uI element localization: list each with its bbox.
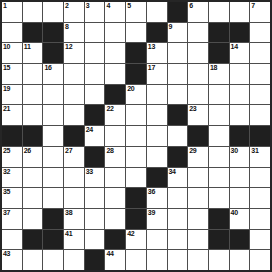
cell-r10c11[interactable] (209, 188, 229, 208)
cell-r4c4[interactable] (64, 64, 84, 84)
cell-r3c9[interactable] (168, 43, 188, 63)
cell-r2c6[interactable] (105, 23, 125, 43)
clue-number-44: 44 (106, 250, 113, 258)
cell-r13c8[interactable] (147, 250, 167, 270)
cell-r4c8[interactable]: 17 (147, 64, 167, 84)
cell-r10c12[interactable] (230, 188, 250, 208)
cell-r11c4[interactable]: 38 (64, 209, 84, 229)
cell-r6c13[interactable] (250, 105, 270, 125)
clue-number-43: 43 (3, 250, 10, 258)
clue-number-10: 10 (3, 43, 10, 51)
clue-number-39: 39 (148, 209, 155, 217)
cell-r12c4[interactable]: 41 (64, 230, 84, 250)
cell-r3c5[interactable] (85, 43, 105, 63)
cell-r11c1[interactable]: 37 (2, 209, 22, 229)
cell-r8c10[interactable]: 29 (188, 147, 208, 167)
cell-r4c11[interactable]: 18 (209, 64, 229, 84)
clue-number-15: 15 (3, 64, 10, 72)
cell-r1c5[interactable]: 3 (85, 2, 105, 22)
cell-r6c1[interactable]: 21 (2, 105, 22, 125)
cell-r1c4[interactable]: 2 (64, 2, 84, 22)
cell-r13c4[interactable] (64, 250, 84, 270)
cell-r2c9[interactable]: 9 (168, 23, 188, 43)
cell-r8c4[interactable]: 27 (64, 147, 84, 167)
cell-r2c7[interactable] (126, 23, 146, 43)
clue-number-1: 1 (3, 2, 7, 10)
cell-r13c5 (85, 250, 105, 270)
cell-r2c1[interactable] (2, 23, 22, 43)
cell-r10c5[interactable] (85, 188, 105, 208)
clue-number-27: 27 (65, 147, 72, 155)
cell-r3c12[interactable]: 14 (230, 43, 250, 63)
cell-r5c3[interactable] (43, 85, 63, 105)
cell-r7c9[interactable] (168, 126, 188, 146)
cell-r8c2[interactable]: 26 (23, 147, 43, 167)
cell-r6c4[interactable] (64, 105, 84, 125)
cell-r9c8 (147, 168, 167, 188)
clue-number-30: 30 (231, 147, 238, 155)
clue-number-40: 40 (231, 209, 238, 217)
cell-r4c12[interactable] (230, 64, 250, 84)
clue-number-24: 24 (86, 126, 93, 134)
cell-r7c3[interactable] (43, 126, 63, 146)
cell-r7c4 (64, 126, 84, 146)
cell-r2c13[interactable] (250, 23, 270, 43)
cell-r13c9[interactable] (168, 250, 188, 270)
cell-r11c5[interactable] (85, 209, 105, 229)
cell-r1c2[interactable] (23, 2, 43, 22)
cell-r4c6[interactable] (105, 64, 125, 84)
cell-r13c11[interactable] (209, 250, 229, 270)
cell-r1c1[interactable]: 1 (2, 2, 22, 22)
cell-r8c12[interactable]: 30 (230, 147, 250, 167)
cell-r6c2[interactable] (23, 105, 43, 125)
cell-r7c8[interactable] (147, 126, 167, 146)
cell-r6c8[interactable] (147, 105, 167, 125)
clue-number-29: 29 (189, 147, 196, 155)
cell-r11c9[interactable] (168, 209, 188, 229)
cell-r4c5[interactable] (85, 64, 105, 84)
clue-number-36: 36 (148, 188, 155, 196)
cell-r7c5[interactable]: 24 (85, 126, 105, 146)
clue-number-12: 12 (65, 43, 72, 51)
cell-r10c4[interactable] (64, 188, 84, 208)
cell-r7c6[interactable] (105, 126, 125, 146)
clue-number-33: 33 (86, 168, 93, 176)
clue-number-34: 34 (169, 168, 176, 176)
cell-r5c12[interactable] (230, 85, 250, 105)
cell-r11c7 (126, 209, 146, 229)
clue-number-28: 28 (106, 147, 113, 155)
cell-r7c7[interactable] (126, 126, 146, 146)
cell-r3c4[interactable]: 12 (64, 43, 84, 63)
cell-r5c1[interactable]: 19 (2, 85, 22, 105)
cell-r2c4[interactable]: 8 (64, 23, 84, 43)
clue-number-5: 5 (127, 2, 131, 10)
cell-r7c2 (23, 126, 43, 146)
cell-r10c2[interactable] (23, 188, 43, 208)
cell-r7c1 (2, 126, 22, 146)
cell-r13c12[interactable] (230, 250, 250, 270)
cell-r13c7[interactable] (126, 250, 146, 270)
clue-number-31: 31 (251, 147, 258, 155)
cell-r7c12 (230, 126, 250, 146)
cell-r8c3[interactable] (43, 147, 63, 167)
cell-r8c7[interactable] (126, 147, 146, 167)
cell-r12c1[interactable] (2, 230, 22, 250)
clue-number-6: 6 (189, 2, 193, 10)
cell-r12c3 (43, 230, 63, 250)
cell-r8c11[interactable] (209, 147, 229, 167)
cell-r4c9[interactable] (168, 64, 188, 84)
cell-r1c7[interactable]: 5 (126, 2, 146, 22)
cell-r4c13[interactable] (250, 64, 270, 84)
cell-r2c11 (209, 23, 229, 43)
cell-r9c10[interactable] (188, 168, 208, 188)
cell-r2c8 (147, 23, 167, 43)
cell-r12c2 (23, 230, 43, 250)
cell-r12c12 (230, 230, 250, 250)
clue-number-13: 13 (148, 43, 155, 51)
cell-r5c6 (105, 85, 125, 105)
cell-r3c1[interactable]: 10 (2, 43, 22, 63)
clue-number-20: 20 (127, 85, 134, 93)
cell-r5c10[interactable] (188, 85, 208, 105)
cell-r6c9 (168, 105, 188, 125)
clue-number-9: 9 (169, 23, 173, 31)
cell-r13c10[interactable] (188, 250, 208, 270)
cell-r9c12[interactable] (230, 168, 250, 188)
cell-r10c10[interactable] (188, 188, 208, 208)
cell-r12c10[interactable] (188, 230, 208, 250)
cell-r3c10[interactable] (188, 43, 208, 63)
cell-r9c5[interactable]: 33 (85, 168, 105, 188)
cell-r3c7 (126, 43, 146, 63)
cell-r12c5[interactable] (85, 230, 105, 250)
cell-r11c11 (209, 209, 229, 229)
cell-r5c11[interactable] (209, 85, 229, 105)
cell-r1c13[interactable]: 7 (250, 2, 270, 22)
cell-r11c2[interactable] (23, 209, 43, 229)
cell-r4c10[interactable] (188, 64, 208, 84)
cell-r4c2[interactable] (23, 64, 43, 84)
cell-r10c9[interactable] (168, 188, 188, 208)
clue-number-21: 21 (3, 105, 10, 113)
cell-r8c5 (85, 147, 105, 167)
cell-r6c11[interactable] (209, 105, 229, 125)
cell-r12c9[interactable] (168, 230, 188, 250)
cell-r9c3[interactable] (43, 168, 63, 188)
cell-r12c8[interactable] (147, 230, 167, 250)
cell-r11c10[interactable] (188, 209, 208, 229)
cell-r5c13[interactable] (250, 85, 270, 105)
cell-r12c11 (209, 230, 229, 250)
cell-r4c1[interactable]: 15 (2, 64, 22, 84)
cell-r9c9[interactable]: 34 (168, 168, 188, 188)
cell-r13c6[interactable]: 44 (105, 250, 125, 270)
cell-r13c3[interactable] (43, 250, 63, 270)
clue-number-19: 19 (3, 85, 10, 93)
cell-r11c3 (43, 209, 63, 229)
cell-r3c6[interactable] (105, 43, 125, 63)
cell-r4c3[interactable]: 16 (43, 64, 63, 84)
cell-r1c3[interactable] (43, 2, 63, 22)
cell-r9c7[interactable] (126, 168, 146, 188)
cell-r9c2[interactable] (23, 168, 43, 188)
cell-r4c7 (126, 64, 146, 84)
clue-number-7: 7 (251, 2, 255, 10)
cell-r2c3 (43, 23, 63, 43)
clue-number-17: 17 (148, 64, 155, 72)
cell-r8c13[interactable]: 31 (250, 147, 270, 167)
cell-r3c3 (43, 43, 63, 63)
cell-r8c6[interactable]: 28 (105, 147, 125, 167)
cell-r6c10[interactable]: 23 (188, 105, 208, 125)
cell-r6c7[interactable] (126, 105, 146, 125)
cell-r10c8[interactable]: 36 (147, 188, 167, 208)
clue-number-25: 25 (3, 147, 10, 155)
clue-number-22: 22 (106, 105, 113, 113)
cell-r10c1[interactable]: 35 (2, 188, 22, 208)
clue-number-41: 41 (65, 230, 72, 238)
cell-r6c3[interactable] (43, 105, 63, 125)
cell-r3c8[interactable]: 13 (147, 43, 167, 63)
clue-number-2: 2 (65, 2, 69, 10)
cell-r8c1[interactable]: 25 (2, 147, 22, 167)
cell-r10c6[interactable] (105, 188, 125, 208)
cell-r5c4[interactable] (64, 85, 84, 105)
clue-number-14: 14 (231, 43, 238, 51)
cell-r12c13[interactable] (250, 230, 270, 250)
cell-r10c7 (126, 188, 146, 208)
cell-r2c12 (230, 23, 250, 43)
clue-number-11: 11 (24, 43, 31, 51)
cell-r11c12[interactable]: 40 (230, 209, 250, 229)
clue-number-37: 37 (3, 209, 10, 217)
cell-r13c13[interactable] (250, 250, 270, 270)
clue-number-8: 8 (65, 23, 69, 31)
cell-r5c7[interactable]: 20 (126, 85, 146, 105)
cell-r11c6[interactable] (105, 209, 125, 229)
cell-r3c13[interactable] (250, 43, 270, 63)
cell-r9c13[interactable] (250, 168, 270, 188)
clue-number-23: 23 (189, 105, 196, 113)
cell-r12c6 (105, 230, 125, 250)
cell-r1c10[interactable]: 6 (188, 2, 208, 22)
clue-number-26: 26 (24, 147, 31, 155)
clue-number-42: 42 (127, 230, 134, 238)
cell-r5c8[interactable] (147, 85, 167, 105)
cell-r7c13 (250, 126, 270, 146)
clue-number-3: 3 (86, 2, 90, 10)
cell-r10c13[interactable] (250, 188, 270, 208)
clue-number-35: 35 (3, 188, 10, 196)
cell-r3c11 (209, 43, 229, 63)
cell-r5c5[interactable] (85, 85, 105, 105)
cell-r6c6[interactable]: 22 (105, 105, 125, 125)
cell-r5c2[interactable] (23, 85, 43, 105)
cell-r2c5[interactable] (85, 23, 105, 43)
cell-r1c11[interactable] (209, 2, 229, 22)
cell-r2c10[interactable] (188, 23, 208, 43)
clue-number-32: 32 (3, 168, 10, 176)
cell-r1c9 (168, 2, 188, 22)
cell-r11c8[interactable]: 39 (147, 209, 167, 229)
clue-number-18: 18 (210, 64, 217, 72)
clue-number-38: 38 (65, 209, 72, 217)
cell-r9c4[interactable] (64, 168, 84, 188)
cell-r5c9[interactable] (168, 85, 188, 105)
cell-r8c9 (168, 147, 188, 167)
cell-r11c13[interactable] (250, 209, 270, 229)
cell-r1c8[interactable] (147, 2, 167, 22)
cell-r9c6[interactable] (105, 168, 125, 188)
cell-r8c8[interactable] (147, 147, 167, 167)
cell-r9c11[interactable] (209, 168, 229, 188)
cell-r1c6[interactable]: 4 (105, 2, 125, 22)
cell-r13c2[interactable] (23, 250, 43, 270)
cell-r7c11[interactable] (209, 126, 229, 146)
cell-r2c2 (23, 23, 43, 43)
cell-r10c3[interactable] (43, 188, 63, 208)
cell-r6c12[interactable] (230, 105, 250, 125)
clue-number-16: 16 (44, 64, 51, 72)
cell-r9c1[interactable]: 32 (2, 168, 22, 188)
cell-r1c12[interactable] (230, 2, 250, 22)
crossword-grid: 1234567891011121314151617181920212223242… (0, 0, 272, 272)
cell-r3c2[interactable]: 11 (23, 43, 43, 63)
cell-r6c5 (85, 105, 105, 125)
cell-r13c1[interactable]: 43 (2, 250, 22, 270)
cell-r7c10 (188, 126, 208, 146)
cell-r12c7[interactable]: 42 (126, 230, 146, 250)
clue-number-4: 4 (106, 2, 110, 10)
